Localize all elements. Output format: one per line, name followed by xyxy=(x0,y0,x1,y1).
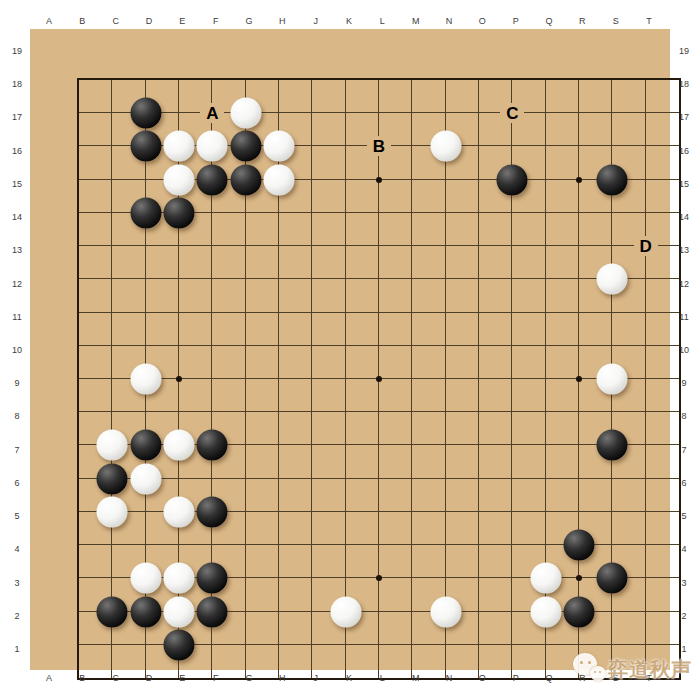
black-stone-D15 xyxy=(164,197,195,228)
white-stone-E17 xyxy=(197,131,228,162)
row-label-right-4: 4 xyxy=(681,544,686,554)
black-stone-R4 xyxy=(597,563,628,594)
white-stone-C4 xyxy=(130,563,161,594)
star-point-Q10 xyxy=(576,376,582,382)
col-label-top-L: L xyxy=(380,16,385,26)
white-stone-R13 xyxy=(597,264,628,295)
row-label-right-9: 9 xyxy=(681,378,686,388)
col-label-top-C: C xyxy=(112,16,119,26)
star-point-Q16 xyxy=(576,177,582,183)
col-label-top-J: J xyxy=(313,16,318,26)
row-label-right-8: 8 xyxy=(681,411,686,421)
watermark: 弈道秋声 xyxy=(570,648,696,690)
black-stone-R16 xyxy=(597,164,628,195)
row-label-right-16: 16 xyxy=(679,146,689,156)
star-point-Q4 xyxy=(576,575,582,581)
col-label-top-F: F xyxy=(213,16,219,26)
white-stone-C7 xyxy=(130,463,161,494)
col-label-bottom-D: D xyxy=(146,673,153,683)
row-label-right-12: 12 xyxy=(679,279,689,289)
white-stone-P4 xyxy=(530,563,561,594)
black-stone-E6 xyxy=(197,496,228,527)
row-label-left-18: 18 xyxy=(12,79,22,89)
star-point-K10 xyxy=(376,376,382,382)
row-label-right-3: 3 xyxy=(681,578,686,588)
white-stone-D16 xyxy=(164,164,195,195)
col-label-top-H: H xyxy=(279,16,286,26)
row-label-left-12: 12 xyxy=(12,279,22,289)
col-label-bottom-B: B xyxy=(79,673,85,683)
white-stone-D4 xyxy=(164,563,195,594)
marker-A-E18: A xyxy=(200,103,224,123)
col-label-top-S: S xyxy=(613,16,619,26)
black-stone-C15 xyxy=(130,197,161,228)
row-label-left-17: 17 xyxy=(12,112,22,122)
white-stone-J3 xyxy=(330,596,361,627)
col-label-bottom-K: K xyxy=(346,673,352,683)
col-label-bottom-H: H xyxy=(279,673,286,683)
row-label-right-19: 19 xyxy=(679,46,689,56)
col-label-top-E: E xyxy=(179,16,185,26)
watermark-text: 弈道秋声 xyxy=(608,656,692,683)
col-label-top-N: N xyxy=(446,16,453,26)
row-label-right-17: 17 xyxy=(679,112,689,122)
col-label-bottom-M: M xyxy=(412,673,420,683)
row-label-left-15: 15 xyxy=(12,179,22,189)
wechat-bubble-small xyxy=(590,666,606,681)
col-label-bottom-J: J xyxy=(313,673,318,683)
col-label-top-R: R xyxy=(579,16,586,26)
wechat-eye xyxy=(588,661,591,664)
white-stone-R10 xyxy=(597,364,628,395)
black-stone-C3 xyxy=(130,596,161,627)
wechat-eye xyxy=(580,661,583,664)
col-label-top-P: P xyxy=(513,16,519,26)
wechat-eye xyxy=(594,671,596,673)
black-stone-B3 xyxy=(97,596,128,627)
row-label-left-13: 13 xyxy=(12,245,22,255)
row-label-right-5: 5 xyxy=(681,511,686,521)
marker-D-S14: D xyxy=(634,236,658,256)
row-label-right-10: 10 xyxy=(679,345,689,355)
col-label-top-D: D xyxy=(146,16,153,26)
row-label-right-7: 7 xyxy=(681,445,686,455)
col-label-top-A: A xyxy=(46,16,52,26)
row-label-right-6: 6 xyxy=(681,478,686,488)
col-label-bottom-P: P xyxy=(513,673,519,683)
row-label-left-5: 5 xyxy=(14,511,19,521)
black-stone-E4 xyxy=(197,563,228,594)
white-stone-D3 xyxy=(164,596,195,627)
col-label-bottom-Q: Q xyxy=(545,673,552,683)
star-point-K16 xyxy=(376,177,382,183)
col-label-top-K: K xyxy=(346,16,352,26)
black-stone-E3 xyxy=(197,596,228,627)
black-stone-C17 xyxy=(130,131,161,162)
black-stone-Q5 xyxy=(564,530,595,561)
row-label-left-9: 9 xyxy=(14,378,19,388)
white-stone-G17 xyxy=(264,131,295,162)
marker-C-O18: C xyxy=(500,103,524,123)
row-label-left-10: 10 xyxy=(12,345,22,355)
white-stone-D8 xyxy=(164,430,195,461)
white-stone-F18 xyxy=(230,98,261,129)
star-point-D10 xyxy=(176,376,182,382)
row-label-right-15: 15 xyxy=(679,179,689,189)
col-label-bottom-A: A xyxy=(46,673,52,683)
row-label-left-3: 3 xyxy=(14,578,19,588)
row-label-left-1: 1 xyxy=(14,644,19,654)
col-label-bottom-C: C xyxy=(112,673,119,683)
black-stone-R8 xyxy=(597,430,628,461)
white-stone-C10 xyxy=(130,364,161,395)
white-stone-D17 xyxy=(164,131,195,162)
white-stone-B6 xyxy=(97,496,128,527)
black-stone-F17 xyxy=(230,131,261,162)
row-label-right-13: 13 xyxy=(679,245,689,255)
black-stone-E16 xyxy=(197,164,228,195)
col-label-bottom-E: E xyxy=(179,673,185,683)
row-label-right-14: 14 xyxy=(679,212,689,222)
marker-B-K17: B xyxy=(367,136,391,156)
black-stone-B7 xyxy=(97,463,128,494)
col-label-bottom-F: F xyxy=(213,673,219,683)
wechat-icon xyxy=(570,650,608,688)
row-label-left-8: 8 xyxy=(14,411,19,421)
black-stone-C8 xyxy=(130,430,161,461)
go-board: ABCD xyxy=(30,29,670,670)
star-point-K4 xyxy=(376,575,382,581)
row-label-right-2: 2 xyxy=(681,611,686,621)
black-stone-D2 xyxy=(164,629,195,660)
white-stone-B8 xyxy=(97,430,128,461)
black-stone-O16 xyxy=(497,164,528,195)
black-stone-E8 xyxy=(197,430,228,461)
row-label-right-18: 18 xyxy=(679,79,689,89)
black-stone-F16 xyxy=(230,164,261,195)
black-stone-Q3 xyxy=(564,596,595,627)
row-label-left-19: 19 xyxy=(12,46,22,56)
row-label-left-14: 14 xyxy=(12,212,22,222)
col-label-bottom-L: L xyxy=(380,673,385,683)
col-label-top-B: B xyxy=(79,16,85,26)
white-stone-P3 xyxy=(530,596,561,627)
col-label-bottom-O: O xyxy=(479,673,486,683)
col-label-bottom-G: G xyxy=(245,673,252,683)
white-stone-G16 xyxy=(264,164,295,195)
row-label-left-2: 2 xyxy=(14,611,19,621)
black-stone-C18 xyxy=(130,98,161,129)
go-diagram: ABCD AABBCCDDEEFFGGHHJJKKLLMMNNOOPPQQRRS… xyxy=(0,0,700,700)
col-label-top-O: O xyxy=(479,16,486,26)
white-stone-D6 xyxy=(164,496,195,527)
col-label-top-G: G xyxy=(245,16,252,26)
row-label-right-11: 11 xyxy=(679,312,688,322)
row-label-left-6: 6 xyxy=(14,478,19,488)
wechat-eye xyxy=(599,671,601,673)
row-label-left-16: 16 xyxy=(12,146,22,156)
row-label-left-11: 11 xyxy=(12,312,21,322)
col-label-bottom-N: N xyxy=(446,673,453,683)
col-label-top-M: M xyxy=(412,16,420,26)
col-label-top-Q: Q xyxy=(545,16,552,26)
row-label-left-7: 7 xyxy=(14,445,19,455)
white-stone-M3 xyxy=(430,596,461,627)
board-overlay: ABCD xyxy=(79,80,679,678)
white-stone-M17 xyxy=(430,131,461,162)
row-label-left-4: 4 xyxy=(14,544,19,554)
col-label-top-T: T xyxy=(646,16,652,26)
